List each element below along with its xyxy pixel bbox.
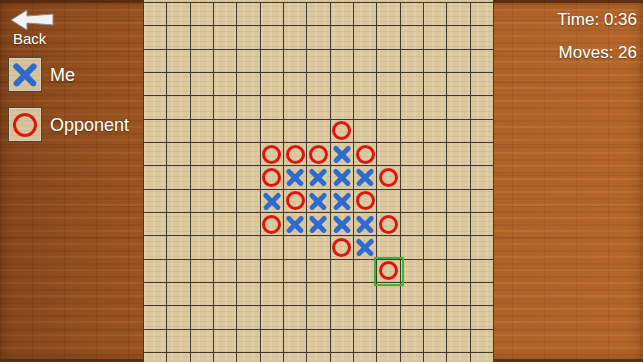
board-cell[interactable] bbox=[144, 213, 167, 236]
board-cell[interactable] bbox=[354, 3, 377, 26]
board-cell[interactable] bbox=[284, 143, 307, 166]
board-cell[interactable] bbox=[144, 236, 167, 259]
board-cell[interactable] bbox=[261, 143, 284, 166]
board-cell[interactable] bbox=[261, 26, 284, 49]
board-cell[interactable] bbox=[401, 96, 424, 119]
board-cell[interactable] bbox=[237, 166, 260, 189]
board-cell[interactable] bbox=[447, 143, 470, 166]
board-cell[interactable] bbox=[191, 236, 214, 259]
board-cell[interactable] bbox=[261, 353, 284, 362]
o-piece bbox=[286, 191, 305, 210]
board-cell[interactable] bbox=[191, 166, 214, 189]
x-piece bbox=[355, 214, 375, 234]
board-cell[interactable] bbox=[307, 306, 330, 329]
board-cell[interactable] bbox=[354, 50, 377, 73]
board-cell[interactable] bbox=[167, 213, 190, 236]
board-cell[interactable] bbox=[307, 143, 330, 166]
board-cell[interactable] bbox=[401, 3, 424, 26]
board-cell[interactable] bbox=[307, 190, 330, 213]
board-cell[interactable] bbox=[167, 353, 190, 362]
o-piece bbox=[356, 191, 375, 210]
board-cell[interactable] bbox=[447, 50, 470, 73]
legend-me-swatch bbox=[8, 57, 42, 92]
board-cell[interactable] bbox=[261, 73, 284, 96]
board-cell[interactable] bbox=[447, 283, 470, 306]
board-cell[interactable] bbox=[167, 96, 190, 119]
board-cell[interactable] bbox=[284, 166, 307, 189]
board-cell[interactable] bbox=[307, 166, 330, 189]
board-cell[interactable] bbox=[424, 190, 447, 213]
board-cell[interactable] bbox=[401, 166, 424, 189]
board-cell[interactable] bbox=[284, 213, 307, 236]
board-cell[interactable] bbox=[167, 330, 190, 353]
board-cell[interactable] bbox=[447, 260, 470, 283]
board-cell[interactable] bbox=[284, 96, 307, 119]
board-cell[interactable] bbox=[144, 330, 167, 353]
board-cell[interactable] bbox=[237, 213, 260, 236]
o-piece bbox=[262, 215, 281, 234]
board-cell[interactable] bbox=[307, 50, 330, 73]
board-cell[interactable] bbox=[377, 143, 400, 166]
board-cell[interactable] bbox=[354, 120, 377, 143]
moves-text: Moves: 26 bbox=[557, 43, 637, 63]
board-cell[interactable] bbox=[331, 3, 354, 26]
board-cell[interactable] bbox=[237, 353, 260, 362]
board-cell[interactable] bbox=[377, 236, 400, 259]
board-cell[interactable] bbox=[167, 283, 190, 306]
board-cell[interactable] bbox=[331, 236, 354, 259]
board-cell[interactable] bbox=[237, 260, 260, 283]
o-piece bbox=[379, 215, 398, 234]
board-cell[interactable] bbox=[284, 120, 307, 143]
board-cell[interactable] bbox=[331, 190, 354, 213]
board-cell[interactable] bbox=[237, 120, 260, 143]
board-cell[interactable] bbox=[261, 260, 284, 283]
board-cell[interactable] bbox=[191, 120, 214, 143]
board-cell[interactable] bbox=[447, 73, 470, 96]
board-cell[interactable] bbox=[471, 120, 494, 143]
board-cell[interactable] bbox=[307, 236, 330, 259]
board-cell[interactable] bbox=[167, 143, 190, 166]
board-cell[interactable] bbox=[191, 143, 214, 166]
board-cell[interactable] bbox=[261, 190, 284, 213]
board-cell[interactable] bbox=[307, 26, 330, 49]
board-cell[interactable] bbox=[144, 143, 167, 166]
board-cell[interactable] bbox=[284, 50, 307, 73]
board-cell[interactable] bbox=[191, 26, 214, 49]
board-cell[interactable] bbox=[307, 120, 330, 143]
board-cell[interactable] bbox=[377, 283, 400, 306]
board-cell[interactable] bbox=[191, 330, 214, 353]
board bbox=[143, 0, 493, 362]
board-cell[interactable] bbox=[191, 96, 214, 119]
board-cell[interactable] bbox=[471, 143, 494, 166]
board-cell[interactable] bbox=[144, 50, 167, 73]
board-cell[interactable] bbox=[214, 166, 237, 189]
board-cell[interactable] bbox=[424, 26, 447, 49]
board-cell[interactable] bbox=[354, 26, 377, 49]
board-cell[interactable] bbox=[354, 236, 377, 259]
board-cell[interactable] bbox=[307, 73, 330, 96]
board-cell[interactable] bbox=[261, 213, 284, 236]
board-cell[interactable] bbox=[284, 306, 307, 329]
board-cell[interactable] bbox=[191, 213, 214, 236]
board-cell[interactable] bbox=[331, 120, 354, 143]
o-piece bbox=[379, 261, 398, 280]
board-cell[interactable] bbox=[447, 26, 470, 49]
board-cell[interactable] bbox=[471, 73, 494, 96]
board-cell[interactable] bbox=[214, 3, 237, 26]
board-cell[interactable] bbox=[401, 50, 424, 73]
board-cell[interactable] bbox=[447, 330, 470, 353]
board-cell[interactable] bbox=[237, 306, 260, 329]
board-cell[interactable] bbox=[471, 26, 494, 49]
board-cell[interactable] bbox=[284, 283, 307, 306]
board-cell[interactable] bbox=[424, 166, 447, 189]
board-cell[interactable] bbox=[331, 283, 354, 306]
board-cell[interactable] bbox=[331, 96, 354, 119]
board-cell[interactable] bbox=[401, 213, 424, 236]
hud-right: Time: 0:36 Moves: 26 bbox=[557, 10, 637, 63]
board-cell[interactable] bbox=[214, 236, 237, 259]
board-cell[interactable] bbox=[214, 73, 237, 96]
board-cell[interactable] bbox=[191, 260, 214, 283]
board-cell[interactable] bbox=[424, 330, 447, 353]
board-cell[interactable] bbox=[307, 353, 330, 362]
x-piece bbox=[332, 167, 352, 187]
board-cell[interactable] bbox=[424, 50, 447, 73]
x-piece bbox=[285, 214, 305, 234]
board-cell[interactable] bbox=[401, 73, 424, 96]
board-cell[interactable] bbox=[191, 50, 214, 73]
board-cell[interactable] bbox=[144, 283, 167, 306]
board-cell[interactable] bbox=[307, 96, 330, 119]
board-cell[interactable] bbox=[307, 3, 330, 26]
o-piece bbox=[356, 145, 375, 164]
board-cell[interactable] bbox=[214, 190, 237, 213]
o-piece bbox=[286, 145, 305, 164]
board-cell[interactable] bbox=[331, 260, 354, 283]
board-cell[interactable] bbox=[144, 260, 167, 283]
board-cell[interactable] bbox=[167, 3, 190, 26]
board-cell[interactable] bbox=[447, 306, 470, 329]
x-piece bbox=[308, 191, 328, 211]
board-cell[interactable] bbox=[144, 306, 167, 329]
board-cell[interactable] bbox=[471, 330, 494, 353]
board-cell[interactable] bbox=[377, 353, 400, 362]
board-cell[interactable] bbox=[191, 306, 214, 329]
board-cell[interactable] bbox=[167, 73, 190, 96]
board-cell[interactable] bbox=[424, 213, 447, 236]
board-cell[interactable] bbox=[401, 143, 424, 166]
board-cell[interactable] bbox=[237, 3, 260, 26]
board-cell[interactable] bbox=[191, 3, 214, 26]
board-cell[interactable] bbox=[284, 3, 307, 26]
board-cell[interactable] bbox=[261, 96, 284, 119]
board-cell[interactable] bbox=[471, 353, 494, 362]
board-cell[interactable] bbox=[331, 143, 354, 166]
board-cell[interactable] bbox=[144, 120, 167, 143]
o-piece bbox=[379, 168, 398, 187]
board-cell[interactable] bbox=[261, 120, 284, 143]
board-cell[interactable] bbox=[354, 96, 377, 119]
board-cell[interactable] bbox=[167, 166, 190, 189]
board-cell[interactable] bbox=[237, 50, 260, 73]
board-cell[interactable] bbox=[401, 120, 424, 143]
board-cell[interactable] bbox=[447, 96, 470, 119]
board-cell[interactable] bbox=[144, 190, 167, 213]
board-cell[interactable] bbox=[331, 330, 354, 353]
board-cell[interactable] bbox=[354, 306, 377, 329]
board-cell[interactable] bbox=[377, 73, 400, 96]
board-cell[interactable] bbox=[471, 306, 494, 329]
board-cell[interactable] bbox=[424, 120, 447, 143]
board-cell[interactable] bbox=[424, 236, 447, 259]
board-cell[interactable] bbox=[167, 236, 190, 259]
back-label[interactable]: Back bbox=[13, 30, 46, 47]
x-piece bbox=[332, 144, 352, 164]
o-piece bbox=[262, 145, 281, 164]
board-cell[interactable] bbox=[377, 26, 400, 49]
board-cell[interactable] bbox=[214, 330, 237, 353]
board-cell[interactable] bbox=[167, 120, 190, 143]
board-cell[interactable] bbox=[424, 3, 447, 26]
board-cell[interactable] bbox=[424, 73, 447, 96]
board-cell[interactable] bbox=[354, 73, 377, 96]
board-cell[interactable] bbox=[307, 260, 330, 283]
board-cell[interactable] bbox=[424, 306, 447, 329]
board-cell[interactable] bbox=[214, 96, 237, 119]
x-piece bbox=[332, 214, 352, 234]
board-cell[interactable] bbox=[284, 190, 307, 213]
board-cell-last-move[interactable] bbox=[377, 260, 400, 283]
board-cell[interactable] bbox=[214, 283, 237, 306]
board-cell[interactable] bbox=[261, 50, 284, 73]
x-piece bbox=[262, 191, 282, 211]
board-cell[interactable] bbox=[377, 96, 400, 119]
board-cell[interactable] bbox=[401, 283, 424, 306]
board-cell[interactable] bbox=[447, 236, 470, 259]
board-cell[interactable] bbox=[144, 26, 167, 49]
board-cell[interactable] bbox=[307, 283, 330, 306]
board-cell[interactable] bbox=[401, 190, 424, 213]
board-cell[interactable] bbox=[447, 353, 470, 362]
board-cell[interactable] bbox=[214, 50, 237, 73]
board-cell[interactable] bbox=[284, 236, 307, 259]
board-cell[interactable] bbox=[471, 260, 494, 283]
board-cell[interactable] bbox=[284, 260, 307, 283]
board-cell[interactable] bbox=[447, 3, 470, 26]
board-cell[interactable] bbox=[261, 306, 284, 329]
board-cell[interactable] bbox=[191, 73, 214, 96]
board-cell[interactable] bbox=[214, 213, 237, 236]
board-cell[interactable] bbox=[471, 3, 494, 26]
board-cell[interactable] bbox=[237, 190, 260, 213]
board-cell[interactable] bbox=[447, 213, 470, 236]
board-cell[interactable] bbox=[424, 353, 447, 362]
board-cell[interactable] bbox=[144, 353, 167, 362]
x-piece bbox=[285, 167, 305, 187]
board-cell[interactable] bbox=[214, 260, 237, 283]
board-cell[interactable] bbox=[284, 330, 307, 353]
board-cell[interactable] bbox=[167, 306, 190, 329]
board-cell[interactable] bbox=[354, 190, 377, 213]
board-cell[interactable] bbox=[237, 330, 260, 353]
board-cell[interactable] bbox=[447, 166, 470, 189]
board-cell[interactable] bbox=[354, 330, 377, 353]
board-cell[interactable] bbox=[424, 260, 447, 283]
board-cell[interactable] bbox=[471, 236, 494, 259]
board-cell[interactable] bbox=[284, 353, 307, 362]
board-cell[interactable] bbox=[354, 353, 377, 362]
board-cell[interactable] bbox=[447, 120, 470, 143]
board-cell[interactable] bbox=[261, 236, 284, 259]
board-cell[interactable] bbox=[191, 353, 214, 362]
board-cell[interactable] bbox=[354, 166, 377, 189]
x-piece bbox=[332, 191, 352, 211]
board-cell[interactable] bbox=[331, 353, 354, 362]
board-cell[interactable] bbox=[167, 260, 190, 283]
board-cell[interactable] bbox=[237, 283, 260, 306]
board-cell[interactable] bbox=[377, 120, 400, 143]
board-cell[interactable] bbox=[471, 213, 494, 236]
board-cell[interactable] bbox=[424, 143, 447, 166]
x-piece bbox=[308, 214, 328, 234]
board-cell[interactable] bbox=[191, 190, 214, 213]
x-piece-icon bbox=[12, 62, 38, 88]
board-cell[interactable] bbox=[377, 50, 400, 73]
board-cell[interactable] bbox=[331, 213, 354, 236]
board-cell[interactable] bbox=[144, 166, 167, 189]
board-cell[interactable] bbox=[144, 96, 167, 119]
o-piece-icon bbox=[13, 113, 37, 137]
board-cell[interactable] bbox=[354, 213, 377, 236]
board-cell[interactable] bbox=[377, 190, 400, 213]
board-cell[interactable] bbox=[261, 283, 284, 306]
back-arrow-icon bbox=[10, 9, 56, 31]
board-cell[interactable] bbox=[424, 96, 447, 119]
board-cell[interactable] bbox=[284, 26, 307, 49]
board-cell[interactable] bbox=[191, 283, 214, 306]
time-text: Time: 0:36 bbox=[557, 10, 637, 30]
board-cell[interactable] bbox=[214, 306, 237, 329]
board-cell[interactable] bbox=[331, 26, 354, 49]
board-cell[interactable] bbox=[401, 26, 424, 49]
board-cell[interactable] bbox=[167, 190, 190, 213]
board-cell[interactable] bbox=[214, 26, 237, 49]
x-piece bbox=[355, 167, 375, 187]
board-cell[interactable] bbox=[447, 190, 470, 213]
board-cell[interactable] bbox=[284, 73, 307, 96]
board-cell[interactable] bbox=[307, 213, 330, 236]
o-piece bbox=[309, 145, 328, 164]
board-cell[interactable] bbox=[144, 3, 167, 26]
board-cell[interactable] bbox=[471, 190, 494, 213]
board-cell[interactable] bbox=[424, 283, 447, 306]
board-cell[interactable] bbox=[214, 353, 237, 362]
board-cell[interactable] bbox=[377, 166, 400, 189]
board-cell[interactable] bbox=[261, 166, 284, 189]
board-cell[interactable] bbox=[471, 283, 494, 306]
board-cell[interactable] bbox=[167, 26, 190, 49]
x-piece bbox=[308, 167, 328, 187]
board-cell[interactable] bbox=[237, 143, 260, 166]
board-cell[interactable] bbox=[401, 236, 424, 259]
board-cell[interactable] bbox=[261, 330, 284, 353]
legend-opponent-label: Opponent bbox=[50, 115, 129, 136]
board-cell[interactable] bbox=[167, 50, 190, 73]
legend-me-label: Me bbox=[50, 65, 75, 86]
o-piece bbox=[262, 168, 281, 187]
board-cell[interactable] bbox=[377, 306, 400, 329]
o-piece bbox=[332, 238, 351, 257]
game-screen: Back Me Opponent Time: 0:36 Moves: 26 bbox=[0, 0, 643, 362]
board-cell[interactable] bbox=[237, 236, 260, 259]
board-cell[interactable] bbox=[471, 50, 494, 73]
board-cell[interactable] bbox=[471, 96, 494, 119]
board-cell[interactable] bbox=[354, 283, 377, 306]
board-cell[interactable] bbox=[214, 143, 237, 166]
x-piece bbox=[355, 237, 375, 257]
board-cell[interactable] bbox=[307, 330, 330, 353]
board-cell[interactable] bbox=[354, 260, 377, 283]
board-cell[interactable] bbox=[471, 166, 494, 189]
board-cell[interactable] bbox=[377, 213, 400, 236]
board-cell[interactable] bbox=[401, 306, 424, 329]
board-cell[interactable] bbox=[214, 120, 237, 143]
board-cell[interactable] bbox=[401, 260, 424, 283]
board-cell[interactable] bbox=[237, 96, 260, 119]
board-cell[interactable] bbox=[331, 50, 354, 73]
board-cell[interactable] bbox=[401, 353, 424, 362]
board-cell[interactable] bbox=[331, 166, 354, 189]
board-cell[interactable] bbox=[261, 3, 284, 26]
board-cell[interactable] bbox=[377, 3, 400, 26]
board-cell[interactable] bbox=[401, 330, 424, 353]
board-cell[interactable] bbox=[237, 26, 260, 49]
board-cell[interactable] bbox=[377, 330, 400, 353]
legend-opponent-swatch bbox=[8, 107, 42, 142]
o-piece bbox=[332, 121, 351, 140]
board-cell[interactable] bbox=[144, 73, 167, 96]
board-cell[interactable] bbox=[331, 306, 354, 329]
board-cell[interactable] bbox=[331, 73, 354, 96]
board-cell[interactable] bbox=[354, 143, 377, 166]
board-cell[interactable] bbox=[237, 73, 260, 96]
